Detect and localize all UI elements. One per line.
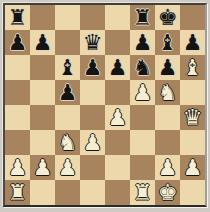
- square-e1[interactable]: [105, 180, 130, 205]
- square-f5[interactable]: ♟: [130, 80, 155, 105]
- white-bishop-icon[interactable]: ♝: [183, 55, 203, 80]
- square-b7[interactable]: ♟: [30, 30, 55, 55]
- square-c8[interactable]: [55, 5, 80, 30]
- black-pawn-icon[interactable]: ♟: [83, 55, 103, 80]
- square-g6[interactable]: ♟: [155, 55, 180, 80]
- square-g4[interactable]: [155, 105, 180, 130]
- white-queen-icon[interactable]: ♛: [183, 105, 203, 130]
- square-g2[interactable]: ♟: [155, 155, 180, 180]
- square-e5[interactable]: [105, 80, 130, 105]
- square-a3[interactable]: [5, 130, 30, 155]
- square-e8[interactable]: [105, 5, 130, 30]
- square-f8[interactable]: ♜: [130, 5, 155, 30]
- square-f7[interactable]: ♟: [130, 30, 155, 55]
- white-pawn-icon[interactable]: ♟: [33, 155, 53, 180]
- square-a1[interactable]: ♜: [5, 180, 30, 205]
- square-e7[interactable]: [105, 30, 130, 55]
- square-a6[interactable]: [5, 55, 30, 80]
- black-rook-icon[interactable]: ♜: [8, 5, 28, 30]
- square-d8[interactable]: [80, 5, 105, 30]
- black-king-icon[interactable]: ♚: [158, 5, 178, 30]
- white-pawn-icon[interactable]: ♟: [108, 105, 128, 130]
- white-pawn-icon[interactable]: ♟: [158, 155, 178, 180]
- square-b2[interactable]: ♟: [30, 155, 55, 180]
- square-f3[interactable]: [130, 130, 155, 155]
- square-d5[interactable]: [80, 80, 105, 105]
- square-a4[interactable]: [5, 105, 30, 130]
- square-g8[interactable]: ♚: [155, 5, 180, 30]
- white-pawn-icon[interactable]: ♟: [58, 155, 78, 180]
- black-pawn-icon[interactable]: ♟: [58, 80, 78, 105]
- square-c1[interactable]: [55, 180, 80, 205]
- white-pawn-icon[interactable]: ♟: [183, 155, 203, 180]
- black-knight-icon[interactable]: ♞: [133, 55, 153, 80]
- square-b3[interactable]: [30, 130, 55, 155]
- square-d2[interactable]: [80, 155, 105, 180]
- square-g7[interactable]: ♝: [155, 30, 180, 55]
- square-g1[interactable]: ♚: [155, 180, 180, 205]
- white-pawn-icon[interactable]: ♟: [83, 130, 103, 155]
- square-c2[interactable]: ♟: [55, 155, 80, 180]
- square-h2[interactable]: ♟: [180, 155, 205, 180]
- white-knight-icon[interactable]: ♞: [58, 130, 78, 155]
- square-h4[interactable]: ♛: [180, 105, 205, 130]
- square-c5[interactable]: ♟: [55, 80, 80, 105]
- square-a5[interactable]: [5, 80, 30, 105]
- square-d1[interactable]: [80, 180, 105, 205]
- square-a7[interactable]: ♟: [5, 30, 30, 55]
- square-f6[interactable]: ♞: [130, 55, 155, 80]
- square-b4[interactable]: [30, 105, 55, 130]
- square-h7[interactable]: ♟: [180, 30, 205, 55]
- white-rook-icon[interactable]: ♜: [133, 180, 153, 205]
- square-a8[interactable]: ♜: [5, 5, 30, 30]
- square-a2[interactable]: ♟: [5, 155, 30, 180]
- square-c3[interactable]: ♞: [55, 130, 80, 155]
- square-b6[interactable]: [30, 55, 55, 80]
- square-d4[interactable]: [80, 105, 105, 130]
- black-pawn-icon[interactable]: ♟: [33, 30, 53, 55]
- black-pawn-icon[interactable]: ♟: [108, 55, 128, 80]
- square-d3[interactable]: ♟: [80, 130, 105, 155]
- square-e6[interactable]: ♟: [105, 55, 130, 80]
- black-pawn-icon[interactable]: ♟: [158, 55, 178, 80]
- white-king-icon[interactable]: ♚: [158, 180, 178, 205]
- square-c4[interactable]: [55, 105, 80, 130]
- black-pawn-icon[interactable]: ♟: [133, 30, 153, 55]
- white-pawn-icon[interactable]: ♟: [133, 80, 153, 105]
- square-e4[interactable]: ♟: [105, 105, 130, 130]
- black-rook-icon[interactable]: ♜: [133, 5, 153, 30]
- square-c6[interactable]: ♝: [55, 55, 80, 80]
- square-g3[interactable]: [155, 130, 180, 155]
- square-b1[interactable]: [30, 180, 55, 205]
- square-e2[interactable]: [105, 155, 130, 180]
- white-pawn-icon[interactable]: ♟: [8, 155, 28, 180]
- white-knight-icon[interactable]: ♞: [158, 80, 178, 105]
- square-f1[interactable]: ♜: [130, 180, 155, 205]
- square-d7[interactable]: ♛: [80, 30, 105, 55]
- square-f2[interactable]: [130, 155, 155, 180]
- square-e3[interactable]: [105, 130, 130, 155]
- square-h8[interactable]: [180, 5, 205, 30]
- square-f4[interactable]: [130, 105, 155, 130]
- square-b5[interactable]: [30, 80, 55, 105]
- square-h5[interactable]: [180, 80, 205, 105]
- white-rook-icon[interactable]: ♜: [8, 180, 28, 205]
- chess-board-window: ♜♜♚♟♟♛♟♝♟♝♟♟♞♟♝♟♟♞♟♛♞♟♟♟♟♟♟♜♜♚: [0, 0, 210, 212]
- black-bishop-icon[interactable]: ♝: [58, 55, 78, 80]
- square-g5[interactable]: ♞: [155, 80, 180, 105]
- square-b8[interactable]: [30, 5, 55, 30]
- square-d6[interactable]: ♟: [80, 55, 105, 80]
- black-bishop-icon[interactable]: ♝: [158, 30, 178, 55]
- black-pawn-icon[interactable]: ♟: [183, 30, 203, 55]
- black-queen-icon[interactable]: ♛: [83, 30, 103, 55]
- square-h6[interactable]: ♝: [180, 55, 205, 80]
- square-h3[interactable]: [180, 130, 205, 155]
- square-c7[interactable]: [55, 30, 80, 55]
- chess-board: ♜♜♚♟♟♛♟♝♟♝♟♟♞♟♝♟♟♞♟♛♞♟♟♟♟♟♟♜♜♚: [3, 3, 207, 207]
- square-h1[interactable]: [180, 180, 205, 205]
- black-pawn-icon[interactable]: ♟: [8, 30, 28, 55]
